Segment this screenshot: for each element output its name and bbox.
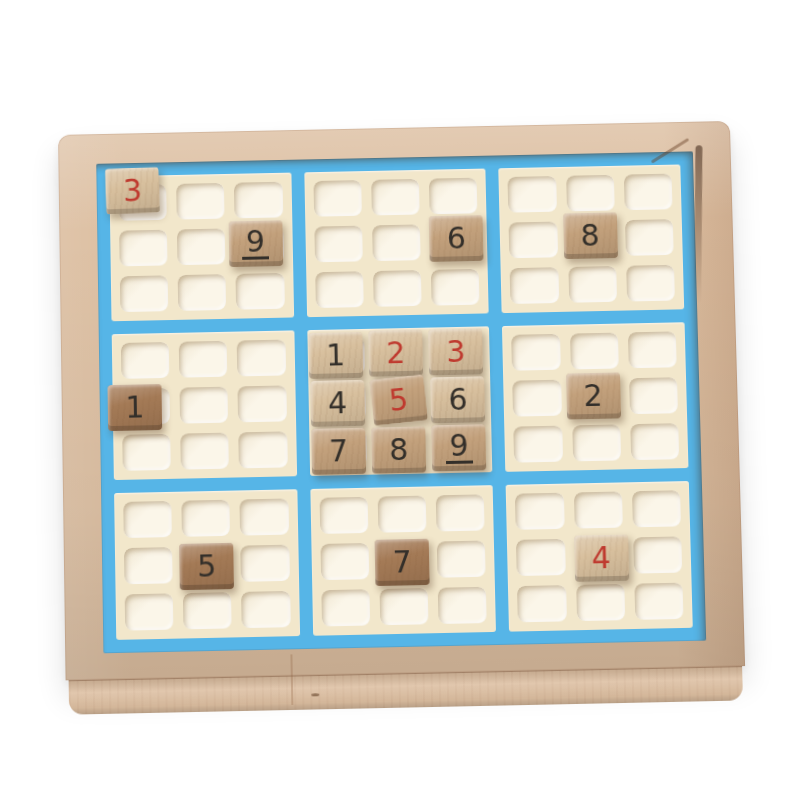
tile-3-r4c6[interactable]: 3 (428, 328, 483, 375)
cell-r2c8[interactable]: 8 (567, 220, 616, 257)
cell-r4c6[interactable]: 3 (432, 335, 481, 372)
cell-r1c9[interactable] (624, 174, 673, 211)
tile-digit: 5 (197, 551, 217, 582)
cell-r5c8[interactable]: 2 (571, 378, 620, 415)
box-2-1: 1 (112, 330, 297, 480)
tile-digit: 2 (386, 338, 406, 368)
cell-r5c6[interactable]: 6 (433, 381, 482, 418)
cell-r2c7[interactable] (509, 222, 558, 259)
tile-digit: 7 (329, 436, 349, 466)
cell-r4c1[interactable] (121, 342, 170, 379)
tile-6-r2c6[interactable]: 6 (429, 215, 484, 262)
cell-r7c5[interactable] (378, 496, 427, 533)
box-3-3: 4 (506, 481, 693, 632)
tile-digit: 4 (591, 543, 611, 574)
cell-r9c1[interactable] (125, 593, 174, 630)
cell-r8c6[interactable] (437, 541, 486, 578)
tile-7-r8c5[interactable]: 7 (374, 539, 429, 586)
box-3-2: 7 (310, 485, 496, 636)
cell-r6c8[interactable] (572, 424, 621, 461)
cell-r3c4[interactable] (315, 271, 364, 308)
tile-digit: 8 (580, 221, 600, 251)
tile-digit: 1 (326, 340, 346, 370)
tile-digit: 9 (445, 431, 473, 464)
tile-digit: 7 (392, 547, 412, 578)
cell-r6c2[interactable] (180, 433, 229, 470)
tile-3-r1c1[interactable]: 3 (105, 167, 160, 215)
cell-r9c2[interactable] (183, 592, 232, 629)
cell-r7c8[interactable] (573, 491, 622, 528)
tile-1-r4c4[interactable]: 1 (308, 332, 363, 379)
cell-r9c9[interactable] (634, 583, 683, 620)
box-1-1: 39 (109, 173, 293, 322)
cell-r5c7[interactable] (513, 380, 562, 417)
cell-r7c4[interactable] (319, 497, 368, 534)
cell-r8c1[interactable] (124, 547, 173, 584)
cell-r8c8[interactable]: 4 (575, 538, 624, 575)
cell-r1c2[interactable] (176, 183, 225, 220)
cell-r3c8[interactable] (568, 266, 617, 303)
tile-8-r2c8[interactable]: 8 (563, 212, 618, 259)
cell-r7c1[interactable] (123, 501, 172, 538)
cell-r5c4[interactable]: 4 (317, 384, 366, 421)
cell-r5c3[interactable] (238, 385, 287, 422)
cell-r9c8[interactable] (576, 584, 625, 621)
cell-r4c4[interactable]: 1 (316, 338, 365, 375)
cell-r8c4[interactable] (320, 543, 369, 580)
cell-r9c4[interactable] (321, 589, 370, 626)
cell-r8c7[interactable] (516, 539, 565, 576)
cell-r3c3[interactable] (236, 273, 285, 310)
cell-r1c4[interactable] (313, 180, 362, 217)
cell-r4c8[interactable] (570, 333, 619, 370)
cell-r2c3[interactable]: 9 (235, 227, 284, 264)
cell-r6c9[interactable] (630, 423, 679, 460)
box-3-1: 5 (114, 489, 300, 640)
cell-r2c6[interactable]: 6 (430, 223, 479, 260)
tile-digit: 8 (389, 435, 409, 465)
cell-r2c2[interactable] (177, 228, 226, 265)
cell-r6c6[interactable]: 9 (434, 427, 483, 464)
cell-r8c5[interactable]: 7 (378, 542, 427, 579)
cell-r5c2[interactable] (180, 387, 229, 424)
cell-r1c6[interactable] (429, 178, 478, 215)
tile-1-r5c1[interactable]: 1 (108, 384, 163, 431)
cell-r7c7[interactable] (515, 493, 564, 530)
cell-r9c5[interactable] (379, 588, 428, 625)
tile-digit: 5 (388, 384, 410, 416)
box-grid: 396811234567892574 (109, 165, 692, 640)
wooden-frame: 396811234567892574 (58, 121, 745, 680)
tile-digit: 6 (448, 385, 468, 415)
tile-2-r5c8[interactable]: 2 (566, 372, 621, 419)
cell-r7c2[interactable] (182, 500, 231, 537)
cell-r4c3[interactable] (237, 340, 286, 377)
tile-7-r6c4[interactable]: 7 (311, 428, 366, 475)
cell-r7c3[interactable] (240, 498, 289, 535)
tile-2-r4c5[interactable]: 2 (368, 330, 423, 377)
cell-r5c9[interactable] (629, 377, 678, 414)
tile-4-r5c4[interactable]: 4 (310, 380, 365, 427)
tile-9-r6c6[interactable]: 9 (431, 424, 486, 471)
cell-r9c3[interactable] (241, 591, 290, 628)
cell-r3c2[interactable] (178, 274, 227, 311)
cell-r9c6[interactable] (438, 587, 487, 624)
box-1-3: 8 (499, 165, 685, 314)
cell-r6c4[interactable]: 7 (318, 430, 367, 467)
box-2-3: 2 (502, 322, 688, 472)
tile-4-r8c8[interactable]: 4 (574, 534, 629, 581)
cell-r4c9[interactable] (628, 331, 677, 368)
cell-r3c6[interactable] (431, 269, 480, 306)
tile-5-r8c2[interactable]: 5 (179, 543, 234, 590)
tile-digit: 6 (446, 223, 466, 253)
cell-r1c8[interactable] (566, 175, 615, 212)
cell-r6c5[interactable]: 8 (376, 428, 425, 465)
cell-r1c3[interactable] (234, 182, 283, 219)
cell-r8c3[interactable] (241, 545, 290, 582)
frame-joint-shadow (694, 145, 702, 304)
sudoku-board: 396811234567892574 (58, 121, 746, 715)
cell-r7c6[interactable] (436, 494, 485, 531)
cell-r2c5[interactable] (372, 224, 421, 261)
cell-r8c2[interactable]: 5 (182, 546, 231, 583)
cell-r4c7[interactable] (511, 334, 560, 371)
cell-r9c7[interactable] (517, 585, 566, 622)
cell-r3c9[interactable] (626, 265, 675, 302)
cell-r2c4[interactable] (314, 226, 363, 263)
cell-r3c7[interactable] (510, 267, 559, 304)
cell-r6c3[interactable] (239, 431, 288, 468)
cell-r2c1[interactable] (119, 230, 168, 267)
cell-r4c5[interactable]: 2 (374, 337, 423, 374)
cell-r1c5[interactable] (371, 179, 420, 216)
cell-r6c7[interactable] (514, 426, 563, 463)
cell-r3c5[interactable] (373, 270, 422, 307)
tile-digit: 4 (328, 388, 348, 418)
cell-r8c9[interactable] (633, 536, 682, 573)
tile-digit: 1 (125, 392, 145, 422)
tile-6-r5c6[interactable]: 6 (430, 376, 485, 423)
tile-9-r2c3[interactable]: 9 (228, 220, 283, 267)
cell-r3c1[interactable] (120, 275, 169, 312)
cell-r4c2[interactable] (179, 341, 228, 378)
box-1-2: 6 (304, 169, 489, 318)
cell-r2c9[interactable] (625, 219, 674, 256)
cell-r7c9[interactable] (632, 490, 681, 527)
cell-r6c1[interactable] (122, 434, 171, 471)
cell-r1c1[interactable]: 3 (118, 184, 167, 221)
cell-r5c1[interactable]: 1 (122, 388, 171, 425)
cell-r5c5[interactable]: 5 (375, 383, 424, 420)
tile-8-r6c5[interactable]: 8 (371, 426, 426, 473)
box-2-2: 123456789 (307, 326, 493, 476)
photo-background: 396811234567892574 (0, 0, 800, 800)
tile-digit: 9 (242, 227, 270, 260)
blue-grid-panel: 396811234567892574 (96, 151, 706, 653)
tile-digit: 2 (583, 381, 603, 411)
cell-r1c7[interactable] (508, 176, 557, 213)
tile-digit: 3 (123, 176, 143, 206)
tile-digit: 3 (446, 337, 466, 367)
tile-5-r5c5[interactable]: 5 (369, 374, 428, 426)
